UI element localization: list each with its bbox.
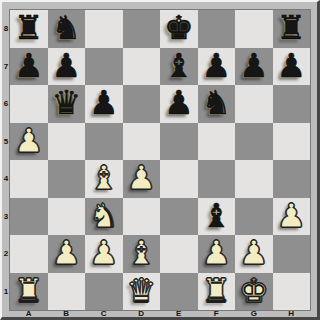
white-rook[interactable]: ♜ bbox=[14, 274, 44, 307]
square-d4[interactable]: ♟ bbox=[123, 160, 161, 198]
white-queen[interactable]: ♛ bbox=[126, 274, 156, 307]
square-b5[interactable] bbox=[48, 123, 86, 161]
square-g5[interactable] bbox=[235, 123, 273, 161]
black-bishop[interactable]: ♝ bbox=[164, 49, 194, 82]
black-pawn[interactable]: ♟ bbox=[14, 49, 44, 82]
rank-label-8: 8 bbox=[2, 10, 10, 48]
square-b6[interactable]: ♛ bbox=[48, 85, 86, 123]
square-b4[interactable] bbox=[48, 160, 86, 198]
square-f4[interactable] bbox=[198, 160, 236, 198]
square-f1[interactable]: ♜ bbox=[198, 273, 236, 311]
rank-label-2: 2 bbox=[2, 235, 10, 273]
square-f8[interactable] bbox=[198, 10, 236, 48]
square-e1[interactable] bbox=[160, 273, 198, 311]
square-h6[interactable] bbox=[273, 85, 311, 123]
chess-board: ♜♞♚♜♟♟♝♟♟♟♛♟♟♞♟♝♟♞♝♟♟♟♝♟♟♜♛♜♚ bbox=[10, 10, 310, 310]
square-c8[interactable] bbox=[85, 10, 123, 48]
square-g7[interactable]: ♟ bbox=[235, 48, 273, 86]
rank-labels: 87654321 bbox=[2, 10, 10, 310]
square-h7[interactable]: ♟ bbox=[273, 48, 311, 86]
file-label-g: G bbox=[235, 309, 273, 318]
square-b1[interactable] bbox=[48, 273, 86, 311]
white-pawn[interactable]: ♟ bbox=[89, 236, 119, 269]
square-c2[interactable]: ♟ bbox=[85, 235, 123, 273]
white-pawn[interactable]: ♟ bbox=[51, 236, 81, 269]
white-pawn[interactable]: ♟ bbox=[126, 161, 156, 194]
square-d8[interactable] bbox=[123, 10, 161, 48]
square-a2[interactable] bbox=[10, 235, 48, 273]
black-knight[interactable]: ♞ bbox=[51, 11, 81, 44]
black-rook[interactable]: ♜ bbox=[276, 11, 306, 44]
square-c3[interactable]: ♞ bbox=[85, 198, 123, 236]
square-e4[interactable] bbox=[160, 160, 198, 198]
square-d5[interactable] bbox=[123, 123, 161, 161]
square-d3[interactable] bbox=[123, 198, 161, 236]
rank-label-6: 6 bbox=[2, 85, 10, 123]
square-g8[interactable] bbox=[235, 10, 273, 48]
file-label-f: F bbox=[198, 309, 236, 318]
square-c7[interactable] bbox=[85, 48, 123, 86]
square-d2[interactable]: ♝ bbox=[123, 235, 161, 273]
square-c4[interactable]: ♝ bbox=[85, 160, 123, 198]
rank-label-7: 7 bbox=[2, 48, 10, 86]
file-label-a: A bbox=[10, 309, 48, 318]
square-g6[interactable] bbox=[235, 85, 273, 123]
square-c5[interactable] bbox=[85, 123, 123, 161]
white-pawn[interactable]: ♟ bbox=[276, 199, 306, 232]
file-label-c: C bbox=[85, 309, 123, 318]
black-pawn[interactable]: ♟ bbox=[201, 49, 231, 82]
square-e2[interactable] bbox=[160, 235, 198, 273]
square-h1[interactable] bbox=[273, 273, 311, 311]
square-h8[interactable]: ♜ bbox=[273, 10, 311, 48]
square-h3[interactable]: ♟ bbox=[273, 198, 311, 236]
black-knight[interactable]: ♞ bbox=[201, 86, 231, 119]
square-a5[interactable]: ♟ bbox=[10, 123, 48, 161]
black-pawn[interactable]: ♟ bbox=[164, 86, 194, 119]
white-rook[interactable]: ♜ bbox=[201, 274, 231, 307]
square-d7[interactable] bbox=[123, 48, 161, 86]
white-pawn[interactable]: ♟ bbox=[14, 124, 44, 157]
square-b2[interactable]: ♟ bbox=[48, 235, 86, 273]
square-a4[interactable] bbox=[10, 160, 48, 198]
file-labels: ABCDEFGH bbox=[10, 309, 310, 317]
square-f5[interactable] bbox=[198, 123, 236, 161]
square-b3[interactable] bbox=[48, 198, 86, 236]
square-e7[interactable]: ♝ bbox=[160, 48, 198, 86]
file-label-h: H bbox=[273, 309, 311, 318]
white-pawn[interactable]: ♟ bbox=[201, 236, 231, 269]
square-a8[interactable]: ♜ bbox=[10, 10, 48, 48]
white-knight[interactable]: ♞ bbox=[89, 199, 119, 232]
white-bishop[interactable]: ♝ bbox=[89, 161, 119, 194]
square-e8[interactable]: ♚ bbox=[160, 10, 198, 48]
black-rook[interactable]: ♜ bbox=[14, 11, 44, 44]
white-bishop[interactable]: ♝ bbox=[126, 236, 156, 269]
black-queen[interactable]: ♛ bbox=[51, 86, 81, 119]
square-e6[interactable]: ♟ bbox=[160, 85, 198, 123]
file-label-e: E bbox=[160, 309, 198, 318]
square-f2[interactable]: ♟ bbox=[198, 235, 236, 273]
square-a1[interactable]: ♜ bbox=[10, 273, 48, 311]
square-c1[interactable] bbox=[85, 273, 123, 311]
square-h4[interactable] bbox=[273, 160, 311, 198]
square-a6[interactable] bbox=[10, 85, 48, 123]
board-frame: 87654321 ♜♞♚♜♟♟♝♟♟♟♛♟♟♞♟♝♟♞♝♟♟♟♝♟♟♜♛♜♚ A… bbox=[0, 0, 320, 320]
square-g2[interactable]: ♟ bbox=[235, 235, 273, 273]
square-e3[interactable] bbox=[160, 198, 198, 236]
square-b7[interactable]: ♟ bbox=[48, 48, 86, 86]
white-king[interactable]: ♚ bbox=[239, 274, 269, 307]
black-pawn[interactable]: ♟ bbox=[276, 49, 306, 82]
square-d1[interactable]: ♛ bbox=[123, 273, 161, 311]
square-g3[interactable] bbox=[235, 198, 273, 236]
square-f7[interactable]: ♟ bbox=[198, 48, 236, 86]
square-g4[interactable] bbox=[235, 160, 273, 198]
square-f6[interactable]: ♞ bbox=[198, 85, 236, 123]
file-label-b: B bbox=[48, 309, 86, 318]
square-a3[interactable] bbox=[10, 198, 48, 236]
black-pawn[interactable]: ♟ bbox=[89, 86, 119, 119]
square-d6[interactable] bbox=[123, 85, 161, 123]
black-pawn[interactable]: ♟ bbox=[239, 49, 269, 82]
file-label-d: D bbox=[123, 309, 161, 318]
black-bishop[interactable]: ♝ bbox=[201, 199, 231, 232]
white-pawn[interactable]: ♟ bbox=[239, 236, 269, 269]
black-pawn[interactable]: ♟ bbox=[51, 49, 81, 82]
square-c6[interactable]: ♟ bbox=[85, 85, 123, 123]
square-h5[interactable] bbox=[273, 123, 311, 161]
black-king[interactable]: ♚ bbox=[164, 11, 194, 44]
rank-label-1: 1 bbox=[2, 273, 10, 311]
square-h2[interactable] bbox=[273, 235, 311, 273]
square-g1[interactable]: ♚ bbox=[235, 273, 273, 311]
square-a7[interactable]: ♟ bbox=[10, 48, 48, 86]
square-e5[interactable] bbox=[160, 123, 198, 161]
square-b8[interactable]: ♞ bbox=[48, 10, 86, 48]
rank-label-4: 4 bbox=[2, 160, 10, 198]
rank-label-3: 3 bbox=[2, 198, 10, 236]
rank-label-5: 5 bbox=[2, 123, 10, 161]
square-f3[interactable]: ♝ bbox=[198, 198, 236, 236]
